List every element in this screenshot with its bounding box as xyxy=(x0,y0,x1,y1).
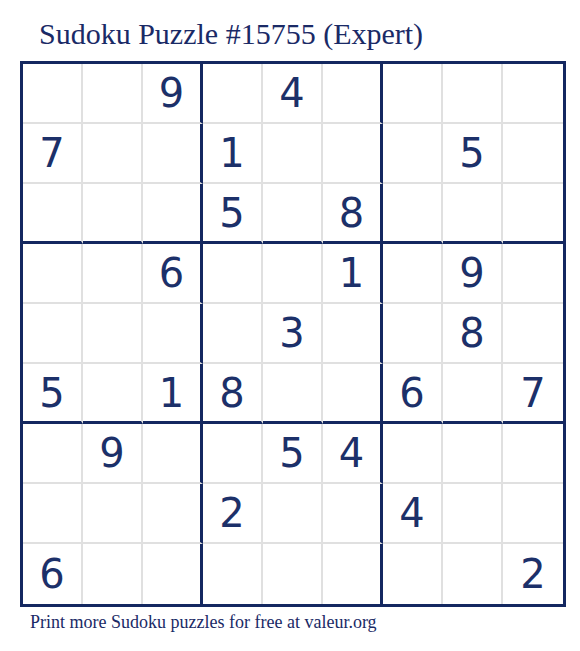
sudoku-cell-r3c1 xyxy=(23,184,83,244)
sudoku-cell-r7c9 xyxy=(503,424,563,484)
sudoku-cell-r6c9: 7 xyxy=(503,364,563,424)
sudoku-cell-r4c3: 6 xyxy=(143,244,203,304)
sudoku-cell-r4c9 xyxy=(503,244,563,304)
sudoku-cell-r1c1 xyxy=(23,64,83,124)
page: Sudoku Puzzle #15755 (Expert) 9471558619… xyxy=(0,0,580,651)
sudoku-cell-r9c4 xyxy=(203,544,263,604)
sudoku-cell-r8c3 xyxy=(143,484,203,544)
sudoku-cell-r5c5: 3 xyxy=(263,304,323,364)
sudoku-cell-r9c7 xyxy=(383,544,443,604)
sudoku-cell-r9c1: 6 xyxy=(23,544,83,604)
sudoku-cell-r5c4 xyxy=(203,304,263,364)
sudoku-cell-r7c6: 4 xyxy=(323,424,383,484)
sudoku-cell-r8c1 xyxy=(23,484,83,544)
sudoku-cell-r5c2 xyxy=(83,304,143,364)
sudoku-cell-r9c8 xyxy=(443,544,503,604)
sudoku-cell-r5c3 xyxy=(143,304,203,364)
sudoku-cell-r5c6 xyxy=(323,304,383,364)
sudoku-cell-r6c2 xyxy=(83,364,143,424)
sudoku-cell-r6c1: 5 xyxy=(23,364,83,424)
sudoku-cell-r7c1 xyxy=(23,424,83,484)
sudoku-cell-r9c9: 2 xyxy=(503,544,563,604)
sudoku-cell-r9c5 xyxy=(263,544,323,604)
sudoku-cell-r2c9 xyxy=(503,124,563,184)
sudoku-cell-r1c9 xyxy=(503,64,563,124)
sudoku-cell-r8c4: 2 xyxy=(203,484,263,544)
sudoku-cell-r2c6 xyxy=(323,124,383,184)
sudoku-cell-r8c2 xyxy=(83,484,143,544)
sudoku-cell-r7c7 xyxy=(383,424,443,484)
sudoku-cell-r5c8: 8 xyxy=(443,304,503,364)
sudoku-cell-r4c6: 1 xyxy=(323,244,383,304)
sudoku-cell-r5c7 xyxy=(383,304,443,364)
sudoku-cell-r1c4 xyxy=(203,64,263,124)
sudoku-cell-r6c8 xyxy=(443,364,503,424)
sudoku-cell-r2c2 xyxy=(83,124,143,184)
sudoku-cell-r4c1 xyxy=(23,244,83,304)
sudoku-cell-r8c9 xyxy=(503,484,563,544)
sudoku-cell-r2c4: 1 xyxy=(203,124,263,184)
sudoku-cell-r1c5: 4 xyxy=(263,64,323,124)
sudoku-cell-r3c7 xyxy=(383,184,443,244)
sudoku-cell-r5c9 xyxy=(503,304,563,364)
sudoku-cell-r1c6 xyxy=(323,64,383,124)
footer-text: Print more Sudoku puzzles for free at va… xyxy=(30,612,377,633)
sudoku-cell-r3c5 xyxy=(263,184,323,244)
sudoku-cell-r4c7 xyxy=(383,244,443,304)
sudoku-cell-r4c4 xyxy=(203,244,263,304)
sudoku-cell-r6c4: 8 xyxy=(203,364,263,424)
sudoku-cell-r8c5 xyxy=(263,484,323,544)
sudoku-cell-r8c6 xyxy=(323,484,383,544)
sudoku-cell-r6c3: 1 xyxy=(143,364,203,424)
sudoku-cell-r2c3 xyxy=(143,124,203,184)
sudoku-cell-r9c6 xyxy=(323,544,383,604)
sudoku-cell-r1c7 xyxy=(383,64,443,124)
sudoku-cell-r8c8 xyxy=(443,484,503,544)
sudoku-cell-r7c4 xyxy=(203,424,263,484)
sudoku-cell-r4c8: 9 xyxy=(443,244,503,304)
sudoku-cell-r7c2: 9 xyxy=(83,424,143,484)
sudoku-grid: 947155861938518679542462 xyxy=(20,61,566,607)
sudoku-cell-r9c3 xyxy=(143,544,203,604)
sudoku-cell-r7c5: 5 xyxy=(263,424,323,484)
sudoku-cell-r3c4: 5 xyxy=(203,184,263,244)
sudoku-cell-r2c8: 5 xyxy=(443,124,503,184)
sudoku-cell-r6c7: 6 xyxy=(383,364,443,424)
sudoku-cell-r4c2 xyxy=(83,244,143,304)
sudoku-cell-r3c2 xyxy=(83,184,143,244)
sudoku-cell-r4c5 xyxy=(263,244,323,304)
sudoku-cell-r7c8 xyxy=(443,424,503,484)
sudoku-cell-r3c9 xyxy=(503,184,563,244)
sudoku-cell-r9c2 xyxy=(83,544,143,604)
sudoku-cell-r3c6: 8 xyxy=(323,184,383,244)
sudoku-cell-r3c3 xyxy=(143,184,203,244)
sudoku-cell-r8c7: 4 xyxy=(383,484,443,544)
sudoku-cell-r2c7 xyxy=(383,124,443,184)
sudoku-cell-r7c3 xyxy=(143,424,203,484)
sudoku-cell-r1c2 xyxy=(83,64,143,124)
sudoku-cell-r2c1: 7 xyxy=(23,124,83,184)
sudoku-cell-r6c5 xyxy=(263,364,323,424)
sudoku-cell-r3c8 xyxy=(443,184,503,244)
sudoku-cell-r6c6 xyxy=(323,364,383,424)
sudoku-cell-r1c8 xyxy=(443,64,503,124)
sudoku-cell-r5c1 xyxy=(23,304,83,364)
page-title: Sudoku Puzzle #15755 (Expert) xyxy=(39,18,423,50)
sudoku-cell-r1c3: 9 xyxy=(143,64,203,124)
sudoku-cell-r2c5 xyxy=(263,124,323,184)
